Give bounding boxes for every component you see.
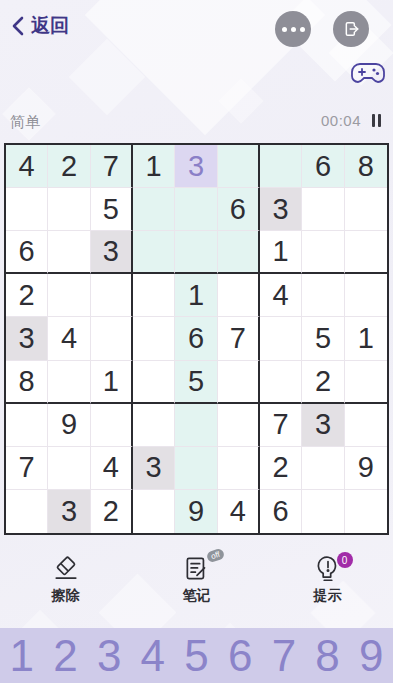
erase-button[interactable]: 擦除 [0,550,131,612]
cell-r5c1[interactable]: 3 [6,317,48,360]
cell-r4c2[interactable] [48,274,90,317]
cell-r9c3[interactable]: 2 [91,490,133,533]
hint-count-badge: 0 [337,552,353,568]
cell-r8c9[interactable]: 9 [345,447,387,490]
cell-r5c9[interactable]: 1 [345,317,387,360]
numpad-6[interactable]: 6 [218,634,262,678]
cell-r7c3[interactable] [91,404,133,447]
cell-r2c9[interactable] [345,188,387,231]
cell-r4c6[interactable] [218,274,260,317]
numpad-8[interactable]: 8 [306,634,350,678]
toolbar: 擦除 off 笔记 0 提示 [0,550,393,612]
cell-r1c9[interactable]: 8 [345,145,387,188]
notes-label: 笔记 [183,587,211,605]
gamepad-button[interactable] [351,58,385,92]
cell-r4c8[interactable] [302,274,344,317]
cell-r1c5[interactable]: 3 [175,145,217,188]
cell-r9c9[interactable] [345,490,387,533]
more-options-button[interactable] [275,11,311,47]
cell-r2c1[interactable] [6,188,48,231]
cell-r4c3[interactable] [91,274,133,317]
cell-r2c3[interactable]: 5 [91,188,133,231]
cell-r3c8[interactable] [302,231,344,274]
numpad-2[interactable]: 2 [44,634,88,678]
hint-bulb-icon: 0 [313,554,343,584]
pause-button[interactable] [370,112,383,129]
cell-r9c1[interactable] [6,490,48,533]
cell-r8c8[interactable] [302,447,344,490]
difficulty-label: 简单 [10,113,40,132]
cell-r9c6[interactable]: 4 [218,490,260,533]
cell-r3c7[interactable]: 1 [260,231,302,274]
cell-r3c1[interactable]: 6 [6,231,48,274]
cell-r4c1[interactable]: 2 [6,274,48,317]
cell-r2c7[interactable]: 3 [260,188,302,231]
numpad: 123456789 [0,628,393,683]
cell-r1c3[interactable]: 7 [91,145,133,188]
cell-r4c9[interactable] [345,274,387,317]
cell-r6c6[interactable] [218,361,260,404]
cell-r9c4[interactable] [133,490,175,533]
cell-r7c7[interactable]: 7 [260,404,302,447]
cell-r8c6[interactable] [218,447,260,490]
cell-r9c5[interactable]: 9 [175,490,217,533]
notes-off-badge: off [205,548,224,564]
cell-r3c4[interactable] [133,231,175,274]
cell-r8c1[interactable]: 7 [6,447,48,490]
cell-r5c7[interactable] [260,317,302,360]
hint-label: 提示 [314,587,342,605]
cell-r1c6[interactable] [218,145,260,188]
cell-r6c4[interactable] [133,361,175,404]
cell-r4c4[interactable] [133,274,175,317]
sudoku-board: 427136856363121434675181529737432932946 [4,143,389,535]
cell-r3c5[interactable] [175,231,217,274]
cell-r2c5[interactable] [175,188,217,231]
cell-r5c2[interactable]: 4 [48,317,90,360]
cell-r5c5[interactable]: 6 [175,317,217,360]
cell-r6c2[interactable] [48,361,90,404]
numpad-4[interactable]: 4 [131,634,175,678]
cell-r3c6[interactable] [218,231,260,274]
cell-r8c5[interactable] [175,447,217,490]
cell-r1c7[interactable] [260,145,302,188]
cell-r9c7[interactable]: 6 [260,490,302,533]
cell-r6c5[interactable]: 5 [175,361,217,404]
cell-r8c3[interactable]: 4 [91,447,133,490]
numpad-1[interactable]: 1 [0,634,44,678]
cell-r7c1[interactable] [6,404,48,447]
cell-r6c9[interactable] [345,361,387,404]
cell-r6c3[interactable]: 1 [91,361,133,404]
cell-r8c7[interactable]: 2 [260,447,302,490]
cell-r5c8[interactable]: 5 [302,317,344,360]
numpad-5[interactable]: 5 [175,634,219,678]
cell-r1c2[interactable]: 2 [48,145,90,188]
erase-label: 擦除 [52,587,80,605]
cell-r6c7[interactable] [260,361,302,404]
cell-r3c2[interactable] [48,231,90,274]
timer: 00:04 [321,112,361,129]
cell-r1c8[interactable]: 6 [302,145,344,188]
cell-r1c1[interactable]: 4 [6,145,48,188]
cell-r5c6[interactable]: 7 [218,317,260,360]
eraser-icon [51,554,81,584]
cell-r7c4[interactable] [133,404,175,447]
cell-r4c7[interactable]: 4 [260,274,302,317]
cell-r2c6[interactable]: 6 [218,188,260,231]
back-label: 返回 [31,13,69,39]
cell-r7c9[interactable] [345,404,387,447]
cell-r7c6[interactable] [218,404,260,447]
numpad-7[interactable]: 7 [262,634,306,678]
cell-r9c2[interactable]: 3 [48,490,90,533]
cell-r7c2[interactable]: 9 [48,404,90,447]
gamepad-icon [351,58,385,88]
cell-r8c4[interactable]: 3 [133,447,175,490]
notes-button[interactable]: off 笔记 [131,550,262,612]
cell-r9c8[interactable] [302,490,344,533]
cell-r4c5[interactable]: 1 [175,274,217,317]
cell-r2c8[interactable] [302,188,344,231]
cell-r2c4[interactable] [133,188,175,231]
cell-r5c3[interactable] [91,317,133,360]
notes-icon: off [182,554,212,584]
ellipsis-icon [282,27,305,32]
cell-r2c2[interactable] [48,188,90,231]
cell-r7c5[interactable] [175,404,217,447]
numpad-3[interactable]: 3 [87,634,131,678]
cell-r1c4[interactable]: 1 [133,145,175,188]
cell-r6c1[interactable]: 8 [6,361,48,404]
cell-r7c8[interactable]: 3 [302,404,344,447]
chevron-left-icon [12,16,24,36]
cell-r3c9[interactable] [345,231,387,274]
hint-button[interactable]: 0 提示 [262,550,393,612]
cell-r8c2[interactable] [48,447,90,490]
numpad-9[interactable]: 9 [349,634,393,678]
cell-r6c8[interactable]: 2 [302,361,344,404]
cell-r5c4[interactable] [133,317,175,360]
back-button[interactable]: 返回 [12,13,69,39]
exit-button[interactable] [333,11,369,47]
exit-door-icon [341,19,361,39]
cell-r3c3[interactable]: 3 [91,231,133,274]
